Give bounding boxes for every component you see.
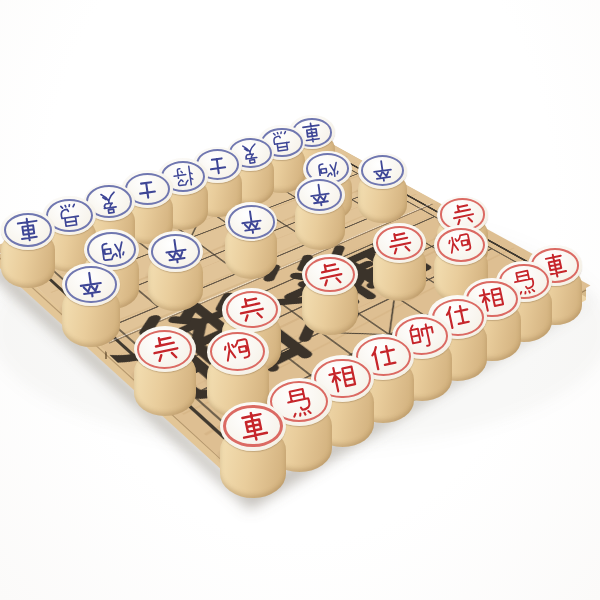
piece-black-soldier-a3[interactable]	[62, 263, 120, 325]
piece-black-soldier-c3[interactable]	[148, 231, 203, 291]
piece-face	[220, 402, 287, 451]
piece-face	[207, 329, 269, 375]
piece-face	[434, 225, 488, 265]
piece-red-soldier-a6[interactable]	[134, 326, 196, 393]
piece-red-cannon-b7[interactable]	[207, 329, 269, 396]
piece-face	[302, 254, 358, 296]
piece-face	[373, 223, 427, 263]
piece-black-soldier-g3[interactable]	[295, 176, 346, 231]
product-photo-stage	[0, 0, 600, 600]
piece-red-cannon-h7[interactable]	[434, 225, 488, 283]
piece-face	[62, 263, 120, 306]
piece-character-zu	[145, 228, 205, 276]
piece-face	[148, 231, 203, 272]
piece-red-chariot-a9[interactable]	[220, 402, 287, 474]
piece-red-soldier-g6[interactable]	[373, 223, 427, 281]
piece-red-soldier-e6[interactable]	[302, 254, 358, 315]
piece-face	[1, 210, 55, 250]
piece-character-zu	[356, 150, 409, 192]
piece-black-soldier-i3[interactable]	[358, 153, 407, 206]
piece-face	[295, 176, 346, 213]
piece-character-zu	[292, 173, 347, 217]
piece-character-ju	[0, 206, 58, 253]
piece-character-zu	[222, 199, 280, 245]
piece-face	[225, 202, 278, 241]
piece-black-chariot-a0[interactable]	[1, 210, 55, 268]
piece-face	[134, 326, 196, 372]
piece-face	[358, 153, 407, 189]
piece-character-zu	[59, 259, 122, 309]
piece-black-soldier-e3[interactable]	[225, 202, 278, 259]
